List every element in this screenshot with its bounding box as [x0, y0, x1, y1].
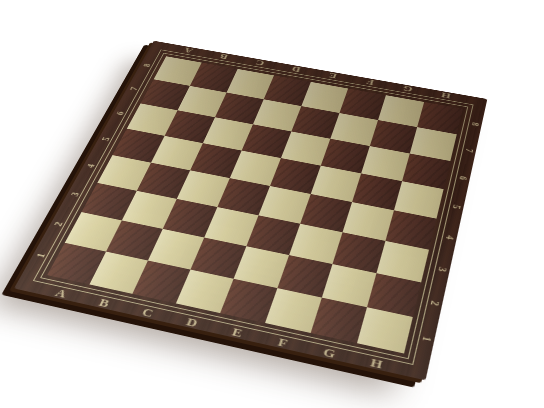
- product-photo-scene: AABBCCDDEEFFGGHH1122334455667788: [0, 0, 544, 408]
- chessboard: AABBCCDDEEFFGGHH1122334455667788: [14, 41, 487, 381]
